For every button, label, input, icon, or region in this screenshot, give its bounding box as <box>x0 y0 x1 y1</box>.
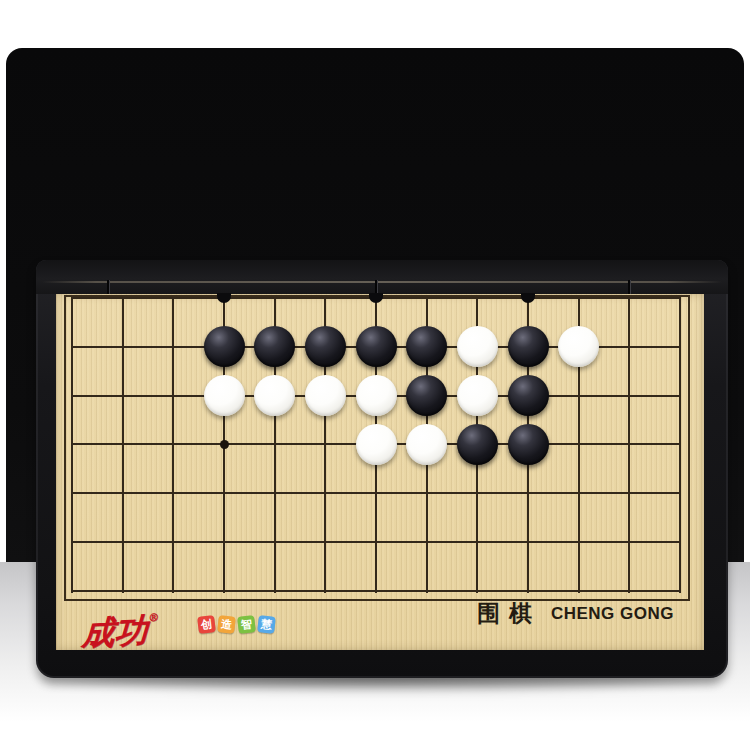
black-stone <box>508 326 549 367</box>
black-stone <box>356 326 397 367</box>
title-weiqi: 围棋 <box>477 598 541 629</box>
slogan-tile: 创 <box>197 615 216 634</box>
hinge-seam-left <box>107 280 110 294</box>
white-stone <box>305 375 346 416</box>
black-stone <box>457 424 498 465</box>
black-stone <box>508 424 549 465</box>
white-stone <box>204 375 245 416</box>
registered-mark: ® <box>148 611 160 625</box>
star-point <box>220 440 229 449</box>
white-stone <box>356 375 397 416</box>
grid-vertical-line <box>628 298 630 593</box>
grid-vertical-line <box>172 298 174 593</box>
black-stone <box>305 326 346 367</box>
hinge-seam-right <box>628 280 631 294</box>
brand-text: 成功 <box>81 611 149 654</box>
go-board-frame: 成功® 创造智慧 围棋 CHENG GONG <box>36 260 728 678</box>
white-stone <box>457 375 498 416</box>
brand-logo-chenggong: 成功® <box>81 600 160 652</box>
hinge-bar <box>36 260 728 294</box>
grid-vertical-line <box>71 298 73 593</box>
board-title: 围棋 CHENG GONG <box>477 598 674 629</box>
board-surface: 成功® 创造智慧 围棋 CHENG GONG <box>56 294 704 650</box>
white-stone <box>457 326 498 367</box>
white-stone <box>356 424 397 465</box>
grid-vertical-line <box>122 298 124 593</box>
black-stone <box>204 326 245 367</box>
slogan-tile: 造 <box>217 615 236 634</box>
slogan-tiles: 创造智慧 <box>198 616 275 633</box>
product-photo-go-board: 成功® 创造智慧 围棋 CHENG GONG <box>0 0 750 750</box>
black-stone <box>508 375 549 416</box>
hinge-highlight-edge <box>42 281 722 283</box>
slogan-tile: 智 <box>237 615 256 634</box>
hinge-seam-center <box>375 280 378 294</box>
white-stone <box>406 424 447 465</box>
slogan-tile: 慧 <box>257 615 276 634</box>
grid-vertical-line <box>679 298 681 593</box>
grid-horizontal-line <box>71 492 681 494</box>
grid-horizontal-line <box>71 541 681 543</box>
title-chenggong-en: CHENG GONG <box>551 604 674 624</box>
grid-horizontal-line <box>71 590 681 592</box>
